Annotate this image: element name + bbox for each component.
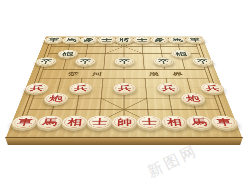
piece-black-elephant: 象	[150, 37, 170, 44]
piece-black-advisor: 士	[133, 37, 152, 44]
piece-character: 士	[101, 38, 112, 42]
piece-character: 卒	[40, 59, 53, 64]
piece-character: 卒	[157, 59, 170, 64]
piece-character: 卒	[119, 59, 131, 64]
xiangqi-board: 楚河 漢界 車馬象士將士象馬車砲砲卒卒卒卒卒兵兵兵兵兵炮炮車馬相士帥士相馬車	[6, 37, 242, 137]
river-label-han: 漢界	[148, 70, 197, 77]
piece-black-soldier: 卒	[153, 57, 175, 65]
piece-character: 卒	[79, 59, 92, 64]
piece-character: 兵	[74, 85, 88, 91]
piece-red-advisor: 士	[136, 115, 163, 129]
board-front-edge	[5, 137, 243, 145]
piece-black-soldier: 卒	[114, 57, 135, 65]
piece-red-general: 帥	[111, 115, 138, 129]
piece-character: 炮	[185, 95, 200, 101]
piece-character: 相	[67, 118, 83, 126]
piece-black-horse: 馬	[167, 37, 187, 44]
piece-character: 炮	[48, 95, 63, 101]
piece-character: 帥	[117, 118, 132, 126]
piece-black-general: 將	[115, 37, 134, 44]
piece-character: 馬	[41, 118, 58, 126]
piece-character: 車	[16, 118, 34, 126]
piece-character: 卒	[196, 59, 209, 64]
piece-character: 車	[189, 38, 201, 42]
piece-character: 象	[83, 38, 94, 42]
piece-character: 兵	[161, 85, 175, 91]
piece-character: 士	[142, 118, 158, 126]
piece-character: 兵	[29, 85, 44, 91]
watermark: 新图网	[145, 141, 202, 182]
photo-canvas: 楚河 漢界 車馬象士將士象馬車砲砲卒卒卒卒卒兵兵兵兵兵炮炮車馬相士帥士相馬車 新…	[0, 0, 250, 188]
piece-character: 車	[48, 38, 60, 42]
piece-character: 士	[137, 38, 148, 42]
piece-character: 兵	[205, 85, 220, 91]
piece-red-soldier: 兵	[113, 83, 136, 93]
piece-character: 馬	[66, 38, 78, 42]
piece-character: 馬	[172, 38, 184, 42]
piece-character: 士	[92, 118, 108, 126]
piece-character: 砲	[62, 52, 74, 56]
piece-character: 將	[119, 38, 130, 42]
piece-character: 象	[154, 38, 165, 42]
piece-red-soldier: 兵	[156, 83, 181, 93]
piece-character: 砲	[175, 52, 188, 56]
river-label-chu: 楚河	[67, 70, 115, 77]
piece-character: 相	[166, 118, 182, 126]
piece-character: 兵	[118, 85, 131, 91]
piece-character: 馬	[191, 118, 208, 126]
piece-character: 車	[215, 118, 233, 126]
